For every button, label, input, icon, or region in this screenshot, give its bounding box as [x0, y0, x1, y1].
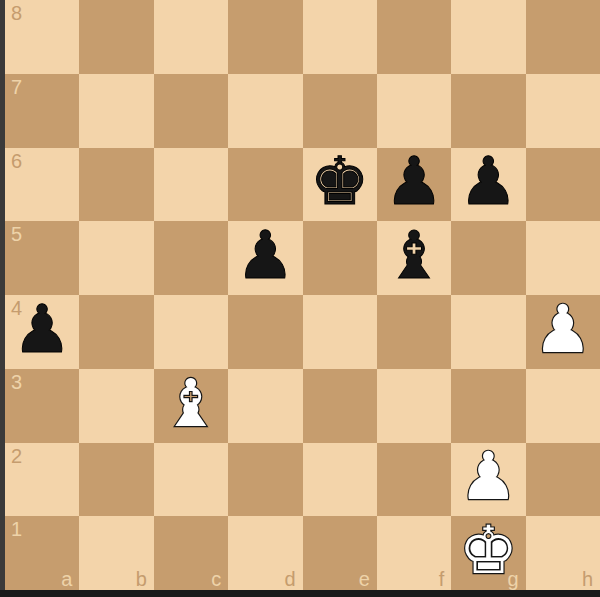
- square-c5[interactable]: [154, 221, 228, 295]
- square-d5[interactable]: ♟: [228, 221, 302, 295]
- square-d8[interactable]: [228, 0, 302, 74]
- square-a8[interactable]: 8: [5, 0, 79, 74]
- chess-app-window: 876♚♟♟5♟♝4♟♟3♝2♟1abcdefg♚h: [0, 0, 600, 597]
- square-h8[interactable]: [526, 0, 600, 74]
- square-c4[interactable]: [154, 295, 228, 369]
- square-g5[interactable]: [451, 221, 525, 295]
- square-e1[interactable]: e: [303, 516, 377, 590]
- square-g8[interactable]: [451, 0, 525, 74]
- rank-label-2: 2: [11, 445, 22, 467]
- square-e8[interactable]: [303, 0, 377, 74]
- square-f1[interactable]: f: [377, 516, 451, 590]
- square-a3[interactable]: 3: [5, 369, 79, 443]
- rank-label-1: 1: [11, 518, 22, 540]
- file-label-e: e: [359, 568, 370, 590]
- rank-label-3: 3: [11, 371, 22, 393]
- square-h1[interactable]: h: [526, 516, 600, 590]
- square-c1[interactable]: c: [154, 516, 228, 590]
- white-bishop[interactable]: ♝: [161, 371, 220, 437]
- square-d7[interactable]: [228, 74, 302, 148]
- square-a6[interactable]: 6: [5, 148, 79, 222]
- file-label-d: d: [284, 568, 295, 590]
- square-d3[interactable]: [228, 369, 302, 443]
- square-f5[interactable]: ♝: [377, 221, 451, 295]
- file-label-c: c: [211, 568, 221, 590]
- black-pawn[interactable]: ♟: [13, 297, 72, 363]
- square-a2[interactable]: 2: [5, 443, 79, 517]
- square-f4[interactable]: [377, 295, 451, 369]
- square-f6[interactable]: ♟: [377, 148, 451, 222]
- black-pawn[interactable]: ♟: [236, 223, 295, 289]
- square-g4[interactable]: [451, 295, 525, 369]
- file-label-f: f: [439, 568, 445, 590]
- window-edge-bottom: [0, 590, 600, 597]
- square-e4[interactable]: [303, 295, 377, 369]
- square-d6[interactable]: [228, 148, 302, 222]
- square-h5[interactable]: [526, 221, 600, 295]
- black-king[interactable]: ♚: [310, 149, 369, 215]
- square-c7[interactable]: [154, 74, 228, 148]
- file-label-h: h: [582, 568, 593, 590]
- square-e3[interactable]: [303, 369, 377, 443]
- square-d2[interactable]: [228, 443, 302, 517]
- file-label-b: b: [136, 568, 147, 590]
- square-f7[interactable]: [377, 74, 451, 148]
- white-king[interactable]: ♚: [459, 518, 518, 584]
- square-h6[interactable]: [526, 148, 600, 222]
- white-pawn[interactable]: ♟: [459, 444, 518, 510]
- square-d4[interactable]: [228, 295, 302, 369]
- rank-label-6: 6: [11, 150, 22, 172]
- square-f8[interactable]: [377, 0, 451, 74]
- square-g7[interactable]: [451, 74, 525, 148]
- square-h2[interactable]: [526, 443, 600, 517]
- rank-label-8: 8: [11, 2, 22, 24]
- square-a4[interactable]: 4♟: [5, 295, 79, 369]
- square-b4[interactable]: [79, 295, 153, 369]
- square-e5[interactable]: [303, 221, 377, 295]
- square-e6[interactable]: ♚: [303, 148, 377, 222]
- rank-label-5: 5: [11, 223, 22, 245]
- square-g1[interactable]: g♚: [451, 516, 525, 590]
- square-f3[interactable]: [377, 369, 451, 443]
- square-h7[interactable]: [526, 74, 600, 148]
- square-e2[interactable]: [303, 443, 377, 517]
- black-pawn[interactable]: ♟: [384, 149, 443, 215]
- square-b2[interactable]: [79, 443, 153, 517]
- square-b1[interactable]: b: [79, 516, 153, 590]
- square-e7[interactable]: [303, 74, 377, 148]
- square-g3[interactable]: [451, 369, 525, 443]
- square-g6[interactable]: ♟: [451, 148, 525, 222]
- square-f2[interactable]: [377, 443, 451, 517]
- square-h4[interactable]: ♟: [526, 295, 600, 369]
- square-c2[interactable]: [154, 443, 228, 517]
- square-c3[interactable]: ♝: [154, 369, 228, 443]
- black-pawn[interactable]: ♟: [459, 149, 518, 215]
- square-b6[interactable]: [79, 148, 153, 222]
- square-c6[interactable]: [154, 148, 228, 222]
- chess-board: 876♚♟♟5♟♝4♟♟3♝2♟1abcdefg♚h: [5, 0, 600, 590]
- square-d1[interactable]: d: [228, 516, 302, 590]
- square-a7[interactable]: 7: [5, 74, 79, 148]
- square-g2[interactable]: ♟: [451, 443, 525, 517]
- file-label-a: a: [61, 568, 72, 590]
- white-pawn[interactable]: ♟: [533, 297, 592, 363]
- rank-label-7: 7: [11, 76, 22, 98]
- square-h3[interactable]: [526, 369, 600, 443]
- square-b3[interactable]: [79, 369, 153, 443]
- square-b5[interactable]: [79, 221, 153, 295]
- square-a5[interactable]: 5: [5, 221, 79, 295]
- square-c8[interactable]: [154, 0, 228, 74]
- square-a1[interactable]: 1a: [5, 516, 79, 590]
- square-b7[interactable]: [79, 74, 153, 148]
- black-bishop[interactable]: ♝: [384, 223, 443, 289]
- square-b8[interactable]: [79, 0, 153, 74]
